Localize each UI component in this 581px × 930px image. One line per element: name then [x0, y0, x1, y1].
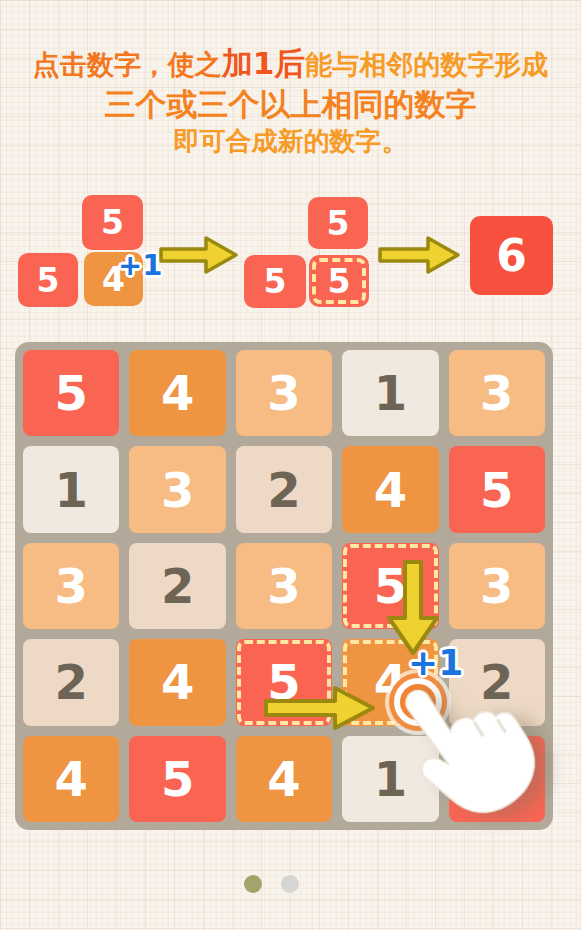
cell-value: 3: [267, 558, 300, 614]
board-cell-r4c1[interactable]: 2: [23, 639, 119, 725]
arrow-right-icon: [262, 683, 378, 733]
cell-value: 5: [480, 462, 513, 518]
cell-value: 4: [374, 462, 407, 518]
board-cell-r3c1[interactable]: 3: [23, 543, 119, 629]
example-result-tile: 6: [470, 216, 553, 295]
board-cell-r1c3[interactable]: 3: [236, 350, 332, 436]
board-cell-r5c3[interactable]: 4: [236, 736, 332, 822]
board-cell-r5c2[interactable]: 5: [129, 736, 225, 822]
instruction-line-3: 即可合成新的数字。: [0, 124, 581, 158]
cell-value: 3: [480, 365, 513, 421]
board-cell-r2c2[interactable]: 3: [129, 446, 225, 532]
board-cell-r1c2[interactable]: 4: [129, 350, 225, 436]
cell-value: 3: [161, 462, 194, 518]
cell-value: 2: [161, 558, 194, 614]
board-cell-r5c1[interactable]: 4: [23, 736, 119, 822]
cell-value: 5: [161, 751, 194, 807]
board-cell-r2c4[interactable]: 4: [342, 446, 438, 532]
instruction-line-1: 点击数字，使之加1后能与相邻的数字形成: [0, 44, 581, 84]
board-cell-r3c2[interactable]: 2: [129, 543, 225, 629]
example-after-top-tile: 5: [308, 197, 368, 249]
arrow-right-icon: [158, 234, 240, 276]
board-cell-r1c1[interactable]: 5: [23, 350, 119, 436]
board-cell-r3c5[interactable]: 3: [449, 543, 545, 629]
cell-value: 3: [54, 558, 87, 614]
page-indicator: [244, 875, 299, 893]
cell-value: 5: [54, 365, 87, 421]
board-cell-r4c2[interactable]: 4: [129, 639, 225, 725]
cell-value: 2: [267, 462, 300, 518]
board-cell-r1c5[interactable]: 3: [449, 350, 545, 436]
cell-value: 1: [54, 462, 87, 518]
example-plus-one-label: +1: [118, 248, 162, 282]
instruction-seg-2: 能与相邻的数字形成: [305, 49, 548, 80]
cell-value: 4: [54, 751, 87, 807]
cell-value: 3: [267, 365, 300, 421]
arrow-right-icon: [377, 234, 462, 276]
example-after-merged-tile: 5: [309, 255, 369, 307]
instructions: 点击数字，使之加1后能与相邻的数字形成 三个或三个以上相同的数字 即可合成新的数…: [0, 44, 581, 158]
tutorial-screen: 点击数字，使之加1后能与相邻的数字形成 三个或三个以上相同的数字 即可合成新的数…: [0, 0, 581, 930]
cell-value: 4: [161, 365, 194, 421]
pager-dot-2[interactable]: [281, 875, 299, 893]
example-before-left-tile: 5: [18, 253, 78, 307]
instruction-line-2: 三个或三个以上相同的数字: [0, 84, 581, 124]
example-before-top-tile: 5: [82, 195, 143, 250]
board-cell-r2c3[interactable]: 2: [236, 446, 332, 532]
board-cell-r2c5[interactable]: 5: [449, 446, 545, 532]
board-cell-r3c3[interactable]: 3: [236, 543, 332, 629]
pager-dot-1[interactable]: [244, 875, 262, 893]
instruction-seg-plus1: 加1后: [222, 45, 306, 81]
cell-value: 1: [374, 365, 407, 421]
cell-value: 4: [161, 654, 194, 710]
cell-value: 2: [54, 654, 87, 710]
board-cell-r2c1[interactable]: 1: [23, 446, 119, 532]
example-after-left-tile: 5: [244, 255, 306, 308]
cell-value: 4: [267, 751, 300, 807]
cell-value: 3: [480, 558, 513, 614]
board-cell-r1c4[interactable]: 1: [342, 350, 438, 436]
instruction-seg-1: 点击数字，使之: [33, 49, 222, 80]
